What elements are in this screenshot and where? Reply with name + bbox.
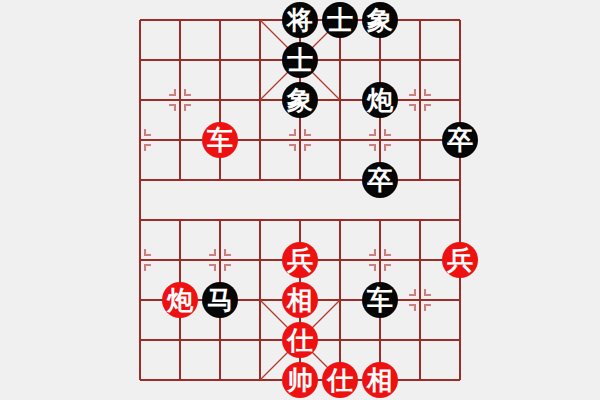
position-marker-corner [409,89,416,96]
piece-black-chariot[interactable]: 车 [362,282,398,318]
position-marker-corner [369,129,376,136]
position-marker-corner [369,264,376,271]
position-marker-corner [209,249,216,256]
position-marker-corner [384,129,391,136]
position-marker-corner [224,249,231,256]
position-marker-corner [289,144,296,151]
piece-red-pawn[interactable]: 兵 [282,242,318,278]
position-marker-corner [144,249,151,256]
position-marker-corner [384,144,391,151]
piece-black-elephant[interactable]: 象 [282,82,318,118]
position-marker-corner [424,104,431,111]
piece-black-general[interactable]: 将 [282,2,318,38]
position-marker-corner [369,144,376,151]
piece-black-advisor[interactable]: 士 [282,42,318,78]
piece-black-pawn[interactable]: 卒 [362,162,398,198]
position-marker-corner [224,264,231,271]
piece-black-cannon[interactable]: 炮 [362,82,398,118]
position-marker-corner [384,264,391,271]
piece-black-pawn[interactable]: 卒 [442,122,478,158]
position-marker-corner [304,129,311,136]
position-marker-corner [144,129,151,136]
position-marker-corner [424,89,431,96]
position-marker-corner [369,249,376,256]
piece-red-elephant[interactable]: 相 [362,362,398,398]
board-pieces-layer: 将士象士象炮卒卒马车车兵兵炮相仕帅仕相 [140,20,460,380]
position-marker-corner [409,289,416,296]
piece-red-cannon[interactable]: 炮 [162,282,198,318]
position-marker-corner [144,264,151,271]
piece-black-advisor[interactable]: 士 [322,2,358,38]
position-marker-corner [169,89,176,96]
position-marker-corner [409,304,416,311]
position-marker-corner [424,289,431,296]
position-marker-corner [144,144,151,151]
position-marker-corner [304,144,311,151]
piece-red-advisor[interactable]: 仕 [282,322,318,358]
position-marker-corner [209,264,216,271]
piece-black-elephant[interactable]: 象 [362,2,398,38]
position-marker-corner [424,304,431,311]
piece-red-general[interactable]: 帅 [282,362,318,398]
piece-black-horse[interactable]: 马 [202,282,238,318]
position-marker-corner [169,104,176,111]
xiangqi-board[interactable]: 将士象士象炮卒卒马车车兵兵炮相仕帅仕相 [140,20,460,380]
xiangqi-app: 将士象士象炮卒卒马车车兵兵炮相仕帅仕相 [0,0,600,400]
position-marker-corner [384,249,391,256]
piece-red-chariot[interactable]: 车 [202,122,238,158]
position-marker-corner [289,129,296,136]
piece-red-elephant[interactable]: 相 [282,282,318,318]
position-marker-corner [184,104,191,111]
piece-red-advisor[interactable]: 仕 [322,362,358,398]
position-marker-corner [409,104,416,111]
piece-red-pawn[interactable]: 兵 [442,242,478,278]
position-marker-corner [184,89,191,96]
